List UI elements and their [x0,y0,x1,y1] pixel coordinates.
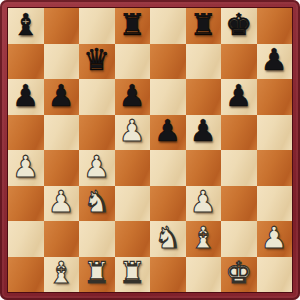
square-h7[interactable]: ♟ [257,44,293,80]
square-d8[interactable]: ♜ [115,8,151,44]
square-a3[interactable] [8,186,44,222]
square-e5[interactable]: ♟ [150,115,186,151]
square-b2[interactable] [44,221,80,257]
square-b5[interactable] [44,115,80,151]
square-d7[interactable] [115,44,151,80]
square-b4[interactable] [44,150,80,186]
square-g2[interactable] [221,221,257,257]
square-d5[interactable]: ♟ [115,115,151,151]
square-e8[interactable] [150,8,186,44]
square-g8[interactable]: ♚ [221,8,257,44]
square-a5[interactable] [8,115,44,151]
square-a7[interactable] [8,44,44,80]
square-e7[interactable] [150,44,186,80]
piece-black-rook: ♜ [190,10,217,40]
square-d3[interactable] [115,186,151,222]
piece-black-pawn: ♟ [48,81,75,111]
piece-black-bishop: ♝ [12,10,39,40]
square-c4[interactable]: ♟ [79,150,115,186]
square-b3[interactable]: ♟ [44,186,80,222]
piece-white-king: ♚ [225,258,252,288]
square-d6[interactable]: ♟ [115,79,151,115]
square-h1[interactable] [257,257,293,293]
square-f5[interactable]: ♟ [186,115,222,151]
square-g3[interactable] [221,186,257,222]
square-f2[interactable]: ♝ [186,221,222,257]
piece-white-rook: ♜ [83,258,110,288]
piece-black-pawn: ♟ [154,116,181,146]
piece-black-king: ♚ [225,10,252,40]
piece-black-pawn: ♟ [119,81,146,111]
square-a6[interactable]: ♟ [8,79,44,115]
square-b8[interactable] [44,8,80,44]
square-g1[interactable]: ♚ [221,257,257,293]
board-frame: ♝♜♜♚♛♟♟♟♟♟♟♟♟♟♟♟♞♟♞♝♟♝♜♜♚ [0,0,300,300]
chess-board: ♝♜♜♚♛♟♟♟♟♟♟♟♟♟♟♟♞♟♞♝♟♝♜♜♚ [8,8,292,292]
square-f4[interactable] [186,150,222,186]
piece-white-pawn: ♟ [261,223,288,253]
square-g7[interactable] [221,44,257,80]
square-b7[interactable] [44,44,80,80]
square-f3[interactable]: ♟ [186,186,222,222]
square-d4[interactable] [115,150,151,186]
square-f1[interactable] [186,257,222,293]
square-e1[interactable] [150,257,186,293]
square-b6[interactable]: ♟ [44,79,80,115]
piece-white-pawn: ♟ [83,152,110,182]
square-e2[interactable]: ♞ [150,221,186,257]
piece-black-pawn: ♟ [190,116,217,146]
square-h2[interactable]: ♟ [257,221,293,257]
piece-white-pawn: ♟ [12,152,39,182]
piece-white-knight: ♞ [83,187,110,217]
square-g6[interactable]: ♟ [221,79,257,115]
square-c1[interactable]: ♜ [79,257,115,293]
square-h5[interactable] [257,115,293,151]
square-h8[interactable] [257,8,293,44]
square-d1[interactable]: ♜ [115,257,151,293]
piece-white-pawn: ♟ [119,116,146,146]
piece-black-pawn: ♟ [225,81,252,111]
piece-white-pawn: ♟ [48,187,75,217]
square-d2[interactable] [115,221,151,257]
square-f7[interactable] [186,44,222,80]
square-f6[interactable] [186,79,222,115]
piece-white-bishop: ♝ [48,258,75,288]
piece-white-rook: ♜ [119,258,146,288]
square-e6[interactable] [150,79,186,115]
square-c2[interactable] [79,221,115,257]
square-e3[interactable] [150,186,186,222]
square-c8[interactable] [79,8,115,44]
piece-white-bishop: ♝ [190,223,217,253]
square-c3[interactable]: ♞ [79,186,115,222]
piece-white-pawn: ♟ [190,187,217,217]
square-a4[interactable]: ♟ [8,150,44,186]
piece-black-rook: ♜ [119,10,146,40]
square-g5[interactable] [221,115,257,151]
square-h6[interactable] [257,79,293,115]
square-c7[interactable]: ♛ [79,44,115,80]
piece-black-pawn: ♟ [12,81,39,111]
square-g4[interactable] [221,150,257,186]
piece-black-queen: ♛ [83,45,110,75]
square-c5[interactable] [79,115,115,151]
square-a1[interactable] [8,257,44,293]
piece-black-pawn: ♟ [261,45,288,75]
square-f8[interactable]: ♜ [186,8,222,44]
square-b1[interactable]: ♝ [44,257,80,293]
square-h4[interactable] [257,150,293,186]
square-a2[interactable] [8,221,44,257]
piece-white-knight: ♞ [154,223,181,253]
square-c6[interactable] [79,79,115,115]
square-a8[interactable]: ♝ [8,8,44,44]
square-e4[interactable] [150,150,186,186]
square-h3[interactable] [257,186,293,222]
